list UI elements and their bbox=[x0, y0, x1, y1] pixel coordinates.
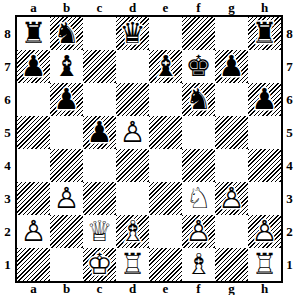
rank-label-left-6: 6 bbox=[0, 83, 15, 116]
piece-glyph: ♝ bbox=[149, 50, 182, 83]
square-h4 bbox=[248, 149, 281, 182]
black-pawn-g7: ♟♟ bbox=[215, 50, 248, 83]
square-f8 bbox=[182, 17, 215, 50]
square-h3 bbox=[248, 182, 281, 215]
rank-label-left-3: 3 bbox=[0, 182, 15, 215]
rank-label-left-8: 8 bbox=[0, 17, 15, 50]
file-labels-bottom: abcdefgh bbox=[17, 283, 281, 295]
white-bishop-f1: ♝♗ bbox=[182, 248, 215, 281]
piece-fill: ♟ bbox=[17, 215, 50, 248]
square-d8: ♛♛ bbox=[116, 17, 149, 50]
rank-label-right-4: 4 bbox=[284, 149, 295, 182]
white-rook-d1: ♜♖ bbox=[116, 248, 149, 281]
file-label-bottom-f: f bbox=[182, 283, 215, 295]
square-e6 bbox=[149, 83, 182, 116]
rank-label-right-1: 1 bbox=[284, 248, 295, 281]
file-label-bottom-c: c bbox=[83, 283, 116, 295]
white-pawn-a2: ♟♙ bbox=[17, 215, 50, 248]
piece-glyph: ♙ bbox=[17, 215, 50, 248]
square-g2 bbox=[215, 215, 248, 248]
square-c5: ♟♟ bbox=[83, 116, 116, 149]
piece-fill: ♚ bbox=[182, 50, 215, 83]
square-h1: ♜♖ bbox=[248, 248, 281, 281]
file-label-bottom-e: e bbox=[149, 283, 182, 295]
piece-fill: ♟ bbox=[116, 116, 149, 149]
square-a3 bbox=[17, 182, 50, 215]
square-g6 bbox=[215, 83, 248, 116]
rank-label-right-5: 5 bbox=[284, 116, 295, 149]
square-b2 bbox=[50, 215, 83, 248]
file-label-bottom-d: d bbox=[116, 283, 149, 295]
piece-fill: ♚ bbox=[83, 248, 116, 281]
piece-glyph: ♔ bbox=[83, 248, 116, 281]
piece-fill: ♟ bbox=[248, 83, 281, 116]
file-label-bottom-h: h bbox=[248, 283, 281, 295]
piece-fill: ♞ bbox=[182, 182, 215, 215]
piece-fill: ♞ bbox=[50, 17, 83, 50]
piece-fill: ♝ bbox=[116, 215, 149, 248]
square-b1 bbox=[50, 248, 83, 281]
square-d7 bbox=[116, 50, 149, 83]
square-e1 bbox=[149, 248, 182, 281]
piece-fill: ♜ bbox=[17, 17, 50, 50]
file-label-bottom-a: a bbox=[17, 283, 50, 295]
piece-glyph: ♕ bbox=[83, 215, 116, 248]
square-e2 bbox=[149, 215, 182, 248]
piece-glyph: ♙ bbox=[248, 215, 281, 248]
white-rook-h1: ♜♖ bbox=[248, 248, 281, 281]
piece-fill: ♝ bbox=[149, 50, 182, 83]
square-e5 bbox=[149, 116, 182, 149]
piece-fill: ♟ bbox=[215, 182, 248, 215]
rank-labels-left: 87654321 bbox=[0, 17, 15, 281]
piece-glyph: ♜ bbox=[248, 17, 281, 50]
piece-fill: ♞ bbox=[182, 83, 215, 116]
black-pawn-h6: ♟♟ bbox=[248, 83, 281, 116]
rank-label-right-6: 6 bbox=[284, 83, 295, 116]
square-d1: ♜♖ bbox=[116, 248, 149, 281]
square-f7: ♚♚ bbox=[182, 50, 215, 83]
piece-glyph: ♚ bbox=[182, 50, 215, 83]
piece-fill: ♛ bbox=[116, 17, 149, 50]
rank-label-left-7: 7 bbox=[0, 50, 15, 83]
square-g7: ♟♟ bbox=[215, 50, 248, 83]
square-g1 bbox=[215, 248, 248, 281]
piece-glyph: ♞ bbox=[182, 83, 215, 116]
piece-glyph: ♟ bbox=[50, 83, 83, 116]
white-bishop-d2: ♝♗ bbox=[116, 215, 149, 248]
rank-label-right-8: 8 bbox=[284, 17, 295, 50]
square-f5 bbox=[182, 116, 215, 149]
square-b6: ♟♟ bbox=[50, 83, 83, 116]
square-d3 bbox=[116, 182, 149, 215]
piece-glyph: ♟ bbox=[17, 50, 50, 83]
square-c1: ♚♔ bbox=[83, 248, 116, 281]
piece-glyph: ♗ bbox=[182, 248, 215, 281]
black-pawn-a7: ♟♟ bbox=[17, 50, 50, 83]
square-b4 bbox=[50, 149, 83, 182]
square-g4 bbox=[215, 149, 248, 182]
piece-glyph: ♞ bbox=[50, 17, 83, 50]
piece-glyph: ♟ bbox=[215, 50, 248, 83]
piece-fill: ♛ bbox=[83, 215, 116, 248]
square-c3 bbox=[83, 182, 116, 215]
piece-glyph: ♛ bbox=[116, 17, 149, 50]
piece-fill: ♜ bbox=[116, 248, 149, 281]
square-c2: ♛♕ bbox=[83, 215, 116, 248]
file-label-top-f: f bbox=[182, 0, 215, 15]
square-a6 bbox=[17, 83, 50, 116]
square-d4 bbox=[116, 149, 149, 182]
square-f4 bbox=[182, 149, 215, 182]
square-c6 bbox=[83, 83, 116, 116]
piece-glyph: ♗ bbox=[116, 215, 149, 248]
square-a1 bbox=[17, 248, 50, 281]
piece-glyph: ♟ bbox=[248, 83, 281, 116]
square-c4 bbox=[83, 149, 116, 182]
piece-glyph: ♙ bbox=[50, 182, 83, 215]
square-a5 bbox=[17, 116, 50, 149]
square-f2: ♟♙ bbox=[182, 215, 215, 248]
square-f1: ♝♗ bbox=[182, 248, 215, 281]
piece-fill: ♟ bbox=[50, 83, 83, 116]
white-pawn-b3: ♟♙ bbox=[50, 182, 83, 215]
black-bishop-e7: ♝♝ bbox=[149, 50, 182, 83]
piece-fill: ♜ bbox=[248, 248, 281, 281]
piece-glyph: ♟ bbox=[83, 116, 116, 149]
square-b5 bbox=[50, 116, 83, 149]
square-b3: ♟♙ bbox=[50, 182, 83, 215]
white-pawn-f2: ♟♙ bbox=[182, 215, 215, 248]
piece-glyph: ♙ bbox=[116, 116, 149, 149]
piece-glyph: ♙ bbox=[182, 215, 215, 248]
rank-label-left-5: 5 bbox=[0, 116, 15, 149]
white-knight-f3: ♞♘ bbox=[182, 182, 215, 215]
black-pawn-c5: ♟♟ bbox=[83, 116, 116, 149]
piece-fill: ♟ bbox=[182, 215, 215, 248]
square-a2: ♟♙ bbox=[17, 215, 50, 248]
piece-fill: ♟ bbox=[50, 182, 83, 215]
piece-glyph: ♘ bbox=[182, 182, 215, 215]
file-label-top-c: c bbox=[83, 0, 116, 15]
file-label-top-g: g bbox=[215, 0, 248, 15]
square-d5: ♟♙ bbox=[116, 116, 149, 149]
piece-fill: ♜ bbox=[248, 17, 281, 50]
square-f3: ♞♘ bbox=[182, 182, 215, 215]
square-b7: ♝♝ bbox=[50, 50, 83, 83]
piece-fill: ♟ bbox=[248, 215, 281, 248]
square-e7: ♝♝ bbox=[149, 50, 182, 83]
white-pawn-h2: ♟♙ bbox=[248, 215, 281, 248]
black-rook-a8: ♜♜ bbox=[17, 17, 50, 50]
file-label-bottom-g: g bbox=[215, 283, 248, 295]
square-g3: ♟♙ bbox=[215, 182, 248, 215]
white-king-c1: ♚♔ bbox=[83, 248, 116, 281]
black-bishop-b7: ♝♝ bbox=[50, 50, 83, 83]
rank-label-right-2: 2 bbox=[284, 215, 295, 248]
square-h5 bbox=[248, 116, 281, 149]
square-g8 bbox=[215, 17, 248, 50]
file-label-top-e: e bbox=[149, 0, 182, 15]
file-label-top-h: h bbox=[248, 0, 281, 15]
piece-fill: ♟ bbox=[215, 50, 248, 83]
piece-glyph: ♖ bbox=[116, 248, 149, 281]
file-labels-top: abcdefgh bbox=[17, 0, 281, 15]
white-queen-c2: ♛♕ bbox=[83, 215, 116, 248]
black-king-f7: ♚♚ bbox=[182, 50, 215, 83]
square-d2: ♝♗ bbox=[116, 215, 149, 248]
square-b8: ♞♞ bbox=[50, 17, 83, 50]
white-pawn-d5: ♟♙ bbox=[116, 116, 149, 149]
rank-label-right-3: 3 bbox=[284, 182, 295, 215]
square-e8 bbox=[149, 17, 182, 50]
piece-fill: ♝ bbox=[50, 50, 83, 83]
square-c7 bbox=[83, 50, 116, 83]
rank-label-left-1: 1 bbox=[0, 248, 15, 281]
file-label-top-d: d bbox=[116, 0, 149, 15]
black-pawn-b6: ♟♟ bbox=[50, 83, 83, 116]
black-rook-h8: ♜♜ bbox=[248, 17, 281, 50]
square-e4 bbox=[149, 149, 182, 182]
piece-glyph: ♙ bbox=[215, 182, 248, 215]
square-g5 bbox=[215, 116, 248, 149]
piece-glyph: ♝ bbox=[50, 50, 83, 83]
rank-label-right-7: 7 bbox=[284, 50, 295, 83]
rank-label-left-2: 2 bbox=[0, 215, 15, 248]
white-pawn-g3: ♟♙ bbox=[215, 182, 248, 215]
file-label-top-b: b bbox=[50, 0, 83, 15]
piece-glyph: ♖ bbox=[248, 248, 281, 281]
square-h7 bbox=[248, 50, 281, 83]
piece-glyph: ♜ bbox=[17, 17, 50, 50]
square-h6: ♟♟ bbox=[248, 83, 281, 116]
square-d6 bbox=[116, 83, 149, 116]
chess-diagram: abcdefgh 87654321 ♜♜♞♞♛♛♜♜♟♟♝♝♝♝♚♚♟♟♟♟♞♞… bbox=[0, 0, 295, 295]
rank-labels-right: 87654321 bbox=[284, 17, 295, 281]
rank-label-left-4: 4 bbox=[0, 149, 15, 182]
piece-fill: ♟ bbox=[83, 116, 116, 149]
square-e3 bbox=[149, 182, 182, 215]
square-c8 bbox=[83, 17, 116, 50]
piece-fill: ♟ bbox=[17, 50, 50, 83]
square-f6: ♞♞ bbox=[182, 83, 215, 116]
black-queen-d8: ♛♛ bbox=[116, 17, 149, 50]
square-h2: ♟♙ bbox=[248, 215, 281, 248]
piece-fill: ♝ bbox=[182, 248, 215, 281]
square-a4 bbox=[17, 149, 50, 182]
black-knight-b8: ♞♞ bbox=[50, 17, 83, 50]
chess-board: ♜♜♞♞♛♛♜♜♟♟♝♝♝♝♚♚♟♟♟♟♞♞♟♟♟♟♟♙♟♙♞♘♟♙♟♙♛♕♝♗… bbox=[15, 15, 283, 283]
black-knight-f6: ♞♞ bbox=[182, 83, 215, 116]
square-h8: ♜♜ bbox=[248, 17, 281, 50]
file-label-bottom-b: b bbox=[50, 283, 83, 295]
file-label-top-a: a bbox=[17, 0, 50, 15]
square-a7: ♟♟ bbox=[17, 50, 50, 83]
square-a8: ♜♜ bbox=[17, 17, 50, 50]
